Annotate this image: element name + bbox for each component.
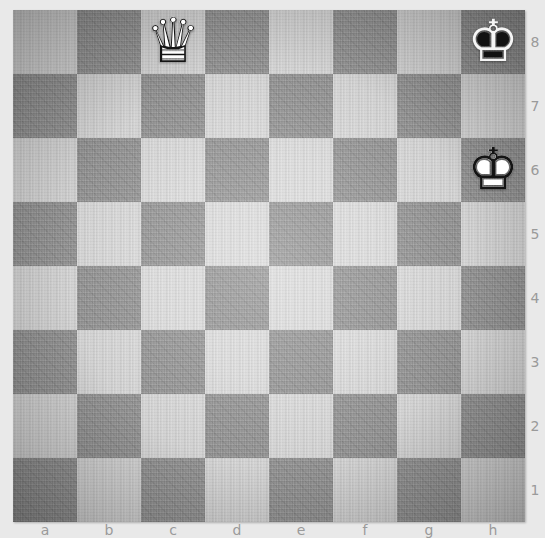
square-c2[interactable] [141, 394, 205, 458]
square-b8[interactable] [77, 10, 141, 74]
file-label-a: a [13, 522, 77, 538]
white-queen-c8[interactable]: ♛♕ [141, 10, 205, 74]
square-g5[interactable] [397, 202, 461, 266]
square-b4[interactable] [77, 266, 141, 330]
square-h3[interactable] [461, 330, 525, 394]
file-label-f: f [333, 522, 397, 538]
square-f6[interactable] [333, 138, 397, 202]
square-d7[interactable] [205, 74, 269, 138]
rank-label-6: 6 [525, 138, 545, 202]
square-e3[interactable] [269, 330, 333, 394]
file-label-b: b [77, 522, 141, 538]
square-h7[interactable] [461, 74, 525, 138]
square-g4[interactable] [397, 266, 461, 330]
rank-label-3: 3 [525, 330, 545, 394]
file-labels: abcdefgh [13, 522, 525, 538]
rank-label-5: 5 [525, 202, 545, 266]
rank-label-4: 4 [525, 266, 545, 330]
file-label-c: c [141, 522, 205, 538]
square-d6[interactable] [205, 138, 269, 202]
square-c4[interactable] [141, 266, 205, 330]
file-label-e: e [269, 522, 333, 538]
square-b1[interactable] [77, 458, 141, 522]
square-f2[interactable] [333, 394, 397, 458]
white-queen-outline-glyph: ♕ [145, 10, 201, 72]
square-c6[interactable] [141, 138, 205, 202]
square-d1[interactable] [205, 458, 269, 522]
square-a6[interactable] [13, 138, 77, 202]
square-f3[interactable] [333, 330, 397, 394]
square-e2[interactable] [269, 394, 333, 458]
square-f7[interactable] [333, 74, 397, 138]
square-g3[interactable] [397, 330, 461, 394]
square-g1[interactable] [397, 458, 461, 522]
square-e1[interactable] [269, 458, 333, 522]
square-h6[interactable]: ♚♔ [461, 138, 525, 202]
square-b6[interactable] [77, 138, 141, 202]
square-c3[interactable] [141, 330, 205, 394]
square-g2[interactable] [397, 394, 461, 458]
square-f8[interactable] [333, 10, 397, 74]
square-d8[interactable] [205, 10, 269, 74]
square-d5[interactable] [205, 202, 269, 266]
square-h8[interactable]: ♚♔ [461, 10, 525, 74]
square-h1[interactable] [461, 458, 525, 522]
square-c7[interactable] [141, 74, 205, 138]
rank-label-7: 7 [525, 74, 545, 138]
square-a2[interactable] [13, 394, 77, 458]
file-label-g: g [397, 522, 461, 538]
rank-label-1: 1 [525, 458, 545, 522]
chess-board: ♛♕♚♔♚♔ [13, 10, 525, 522]
square-g7[interactable] [397, 74, 461, 138]
square-b5[interactable] [77, 202, 141, 266]
square-h4[interactable] [461, 266, 525, 330]
square-d3[interactable] [205, 330, 269, 394]
square-a8[interactable] [13, 10, 77, 74]
rank-label-8: 8 [525, 10, 545, 74]
square-a4[interactable] [13, 266, 77, 330]
white-king-h6[interactable]: ♚♔ [461, 138, 525, 202]
square-c5[interactable] [141, 202, 205, 266]
file-label-h: h [461, 522, 525, 538]
square-f5[interactable] [333, 202, 397, 266]
rank-labels: 87654321 [525, 10, 545, 522]
square-e7[interactable] [269, 74, 333, 138]
square-f1[interactable] [333, 458, 397, 522]
square-g6[interactable] [397, 138, 461, 202]
square-e5[interactable] [269, 202, 333, 266]
square-e8[interactable] [269, 10, 333, 74]
square-a1[interactable] [13, 458, 77, 522]
square-c1[interactable] [141, 458, 205, 522]
square-f4[interactable] [333, 266, 397, 330]
rank-label-2: 2 [525, 394, 545, 458]
square-e6[interactable] [269, 138, 333, 202]
black-king-h8[interactable]: ♚♔ [461, 10, 525, 74]
square-e4[interactable] [269, 266, 333, 330]
white-king-outline-glyph: ♔ [467, 140, 519, 198]
square-a3[interactable] [13, 330, 77, 394]
file-label-d: d [205, 522, 269, 538]
square-d4[interactable] [205, 266, 269, 330]
square-h5[interactable] [461, 202, 525, 266]
square-b7[interactable] [77, 74, 141, 138]
black-king-outline-glyph: ♔ [467, 12, 519, 70]
square-h2[interactable] [461, 394, 525, 458]
square-b2[interactable] [77, 394, 141, 458]
square-g8[interactable] [397, 10, 461, 74]
square-a5[interactable] [13, 202, 77, 266]
square-d2[interactable] [205, 394, 269, 458]
square-c8[interactable]: ♛♕ [141, 10, 205, 74]
square-a7[interactable] [13, 74, 77, 138]
square-b3[interactable] [77, 330, 141, 394]
